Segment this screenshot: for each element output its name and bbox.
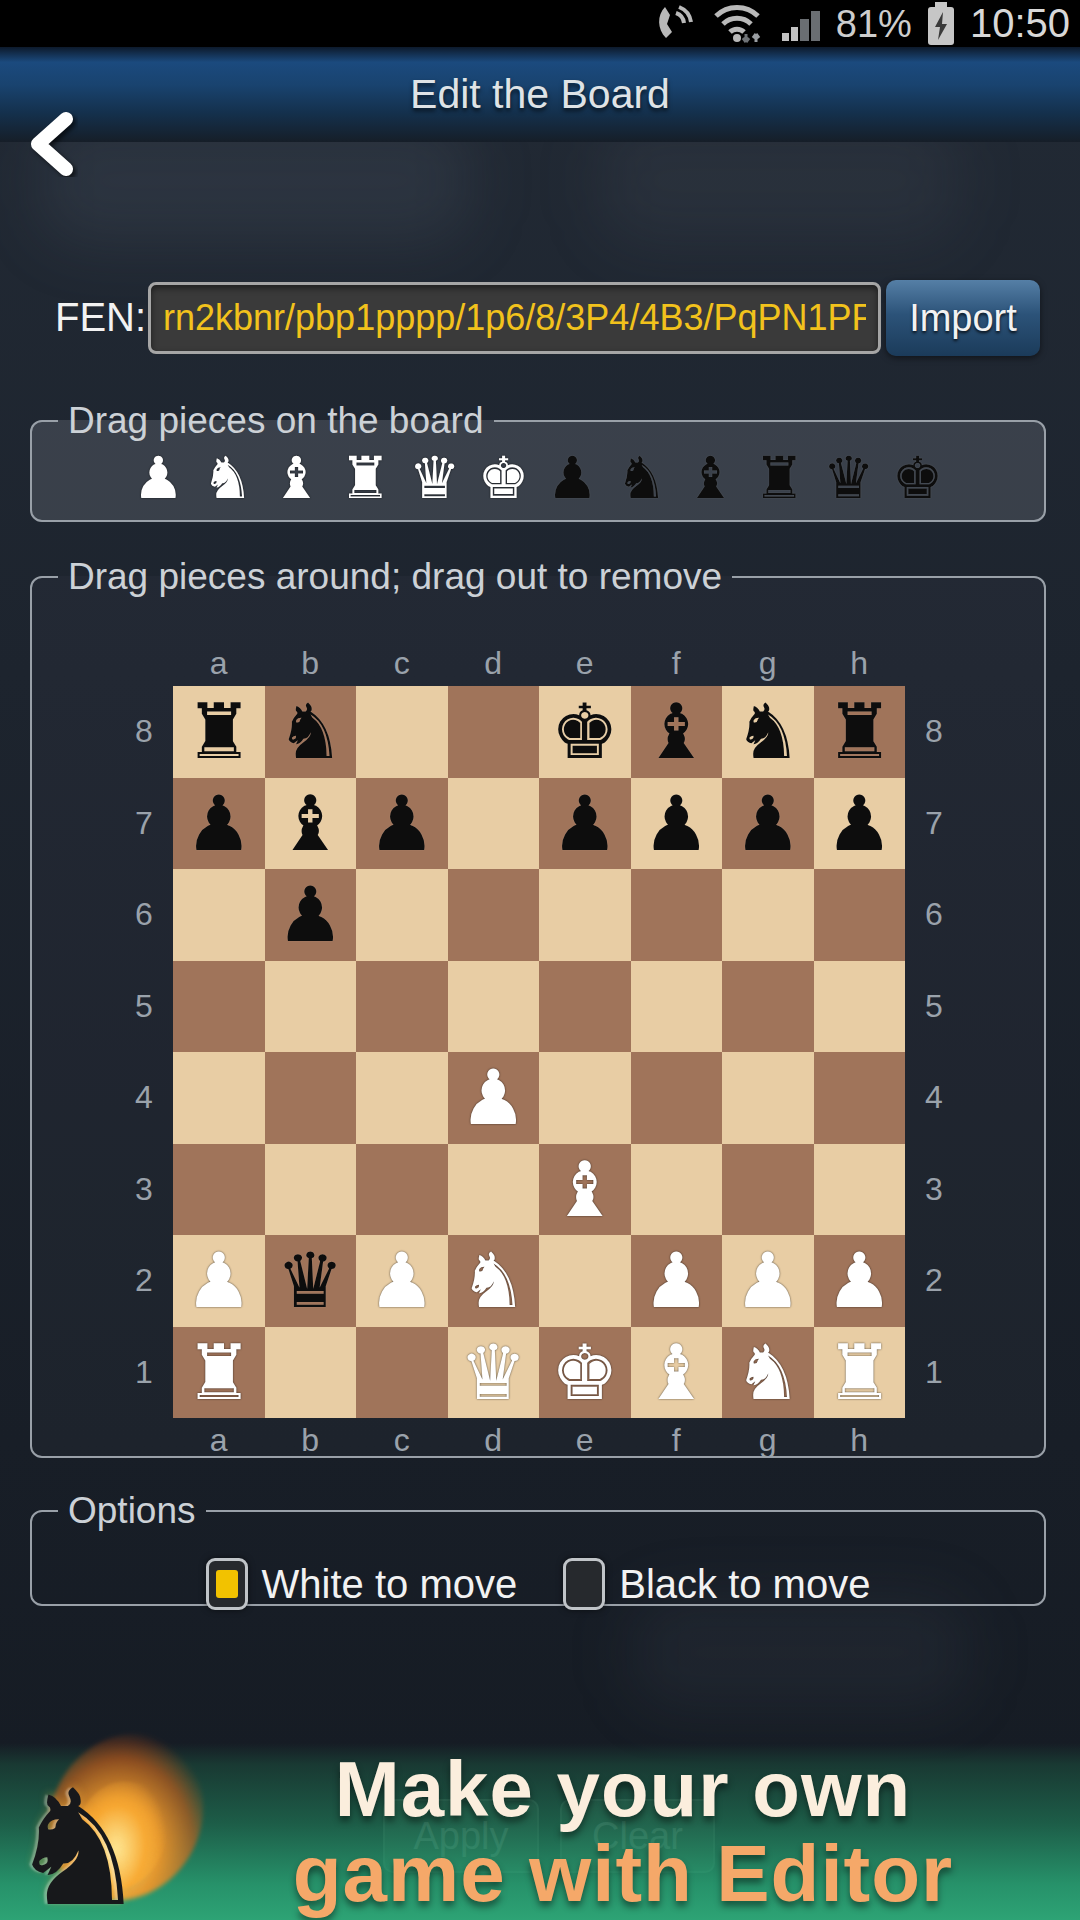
square-c8[interactable] <box>356 686 448 778</box>
white-to-move-checkbox[interactable] <box>206 1558 248 1610</box>
ad-line-1: Make your own <box>180 1747 1066 1831</box>
page-title: Edit the Board <box>0 47 1080 142</box>
ad-text: Make your own game with Editor <box>180 1747 1066 1917</box>
black-knight[interactable]: ♞ <box>734 686 802 777</box>
rank-label-8: 8 <box>905 686 963 778</box>
square-e4[interactable] <box>539 1052 631 1144</box>
file-label-d: d <box>448 640 540 686</box>
square-f5[interactable] <box>631 961 723 1053</box>
square-f2[interactable]: ♟ <box>631 1235 723 1327</box>
white-pawn[interactable]: ♟ <box>825 1235 893 1326</box>
black-pawn[interactable]: ♟ <box>642 778 710 869</box>
board-corner-spacer <box>905 1418 963 1462</box>
square-g8[interactable]: ♞ <box>722 686 814 778</box>
square-d8[interactable] <box>448 686 540 778</box>
palette-piece-wB[interactable]: ♝ <box>271 446 323 510</box>
background-blur-blob <box>630 1595 970 1710</box>
palette-piece-bQ[interactable]: ♛ <box>823 446 875 510</box>
file-label-b: b <box>265 640 357 686</box>
palette-piece-wP[interactable]: ♟ <box>133 446 185 510</box>
piece-palette-legend: Drag pieces on the board <box>58 400 494 442</box>
board-panel-legend: Drag pieces around; drag out to remove <box>58 556 732 598</box>
square-a6[interactable] <box>173 869 265 961</box>
palette-piece-bB[interactable]: ♝ <box>685 446 737 510</box>
square-f8[interactable]: ♝ <box>631 686 723 778</box>
square-e3[interactable]: ♝ <box>539 1144 631 1236</box>
square-e6[interactable] <box>539 869 631 961</box>
black-pawn[interactable]: ♟ <box>551 778 619 869</box>
options-panel: Options White to move Black to move <box>30 1490 1046 1606</box>
white-pawn[interactable]: ♟ <box>734 1235 802 1326</box>
square-g1[interactable]: ♞ <box>722 1327 814 1419</box>
fen-label: FEN: <box>55 295 146 340</box>
palette-piece-bK[interactable]: ♚ <box>892 446 944 510</box>
rank-label-2: 2 <box>115 1235 173 1327</box>
square-b5[interactable] <box>265 961 357 1053</box>
rank-label-7: 7 <box>905 778 963 870</box>
file-label-d: d <box>448 1418 540 1462</box>
file-label-b: b <box>265 1418 357 1462</box>
rank-label-1: 1 <box>905 1327 963 1419</box>
rank-label-3: 3 <box>905 1144 963 1236</box>
square-d5[interactable] <box>448 961 540 1053</box>
file-label-g: g <box>722 640 814 686</box>
rank-label-4: 4 <box>115 1052 173 1144</box>
square-h8[interactable]: ♜ <box>814 686 906 778</box>
file-label-h: h <box>814 1418 906 1462</box>
file-label-c: c <box>356 640 448 686</box>
square-f4[interactable] <box>631 1052 723 1144</box>
square-b4[interactable] <box>265 1052 357 1144</box>
square-b1[interactable] <box>265 1327 357 1419</box>
rank-label-4: 4 <box>905 1052 963 1144</box>
square-f7[interactable]: ♟ <box>631 778 723 870</box>
black-rook[interactable]: ♜ <box>185 686 253 777</box>
file-label-f: f <box>631 640 723 686</box>
fen-input[interactable] <box>148 282 881 354</box>
square-h1[interactable]: ♜ <box>814 1327 906 1419</box>
white-pawn[interactable]: ♟ <box>459 1052 527 1143</box>
black-bishop[interactable]: ♝ <box>642 686 710 777</box>
phone-in-call-icon <box>652 3 696 45</box>
import-button[interactable]: Import <box>886 280 1040 356</box>
square-a1[interactable]: ♜ <box>173 1327 265 1419</box>
ad-line-2: game with Editor <box>180 1831 1066 1917</box>
file-label-h: h <box>814 640 906 686</box>
white-to-move-label: White to move <box>262 1562 518 1607</box>
options-legend: Options <box>58 1490 206 1532</box>
square-h2[interactable]: ♟ <box>814 1235 906 1327</box>
square-a2[interactable]: ♟ <box>173 1235 265 1327</box>
square-a8[interactable]: ♜ <box>173 686 265 778</box>
square-g5[interactable] <box>722 961 814 1053</box>
black-to-move-option[interactable]: Black to move <box>563 1558 870 1610</box>
palette-piece-wQ[interactable]: ♛ <box>409 446 461 510</box>
white-knight[interactable]: ♞ <box>734 1327 802 1418</box>
rank-label-6: 6 <box>905 869 963 961</box>
square-g7[interactable]: ♟ <box>722 778 814 870</box>
white-rook[interactable]: ♜ <box>825 1327 893 1418</box>
square-f1[interactable]: ♝ <box>631 1327 723 1419</box>
square-b2[interactable]: ♛ <box>265 1235 357 1327</box>
square-a3[interactable] <box>173 1144 265 1236</box>
square-g3[interactable] <box>722 1144 814 1236</box>
square-c3[interactable] <box>356 1144 448 1236</box>
chess-board-grid: abcdefgh8♜♞♚♝♞♜87♟♝♟♟♟♟♟76♟6554♟43♝32♟♛♟… <box>115 640 963 1462</box>
battery-percent: 81% <box>836 4 912 44</box>
square-f3[interactable] <box>631 1144 723 1236</box>
black-pawn[interactable]: ♟ <box>368 778 436 869</box>
clock-time: 10:50 <box>970 1 1070 46</box>
square-d3[interactable] <box>448 1144 540 1236</box>
black-bishop[interactable]: ♝ <box>276 778 344 869</box>
file-label-e: e <box>539 1418 631 1462</box>
battery-charging-icon <box>926 2 956 46</box>
white-pawn[interactable]: ♟ <box>642 1235 710 1326</box>
rank-label-5: 5 <box>905 961 963 1053</box>
rank-label-3: 3 <box>115 1144 173 1236</box>
white-queen[interactable]: ♛ <box>459 1327 527 1418</box>
square-d7[interactable] <box>448 778 540 870</box>
square-d2[interactable]: ♞ <box>448 1235 540 1327</box>
palette-piece-wK[interactable]: ♚ <box>478 446 530 510</box>
square-e5[interactable] <box>539 961 631 1053</box>
square-e1[interactable]: ♚ <box>539 1327 631 1419</box>
black-to-move-checkbox[interactable] <box>563 1558 605 1610</box>
square-c5[interactable] <box>356 961 448 1053</box>
piece-palette-row: ♟♞♝♜♛♚♟♞♝♜♛♚ <box>32 446 1044 510</box>
square-g2[interactable]: ♟ <box>722 1235 814 1327</box>
black-pawn[interactable]: ♟ <box>185 778 253 869</box>
rank-label-1: 1 <box>115 1327 173 1419</box>
square-h5[interactable] <box>814 961 906 1053</box>
palette-piece-bP[interactable]: ♟ <box>547 446 599 510</box>
rank-label-2: 2 <box>905 1235 963 1327</box>
black-rook[interactable]: ♜ <box>825 686 893 777</box>
square-b3[interactable] <box>265 1144 357 1236</box>
square-h3[interactable] <box>814 1144 906 1236</box>
square-d1[interactable]: ♛ <box>448 1327 540 1419</box>
rank-label-6: 6 <box>115 869 173 961</box>
palette-piece-bN[interactable]: ♞ <box>616 446 668 510</box>
ad-banner[interactable]: ♞ Make your own game with Editor <box>0 1743 1080 1920</box>
file-label-c: c <box>356 1418 448 1462</box>
white-pawn[interactable]: ♟ <box>185 1235 253 1326</box>
square-c2[interactable]: ♟ <box>356 1235 448 1327</box>
square-g4[interactable] <box>722 1052 814 1144</box>
white-bishop[interactable]: ♝ <box>642 1327 710 1418</box>
file-label-f: f <box>631 1418 723 1462</box>
wifi-arrows-icon <box>710 2 766 46</box>
square-c4[interactable] <box>356 1052 448 1144</box>
board-panel: Drag pieces around; drag out to remove a… <box>30 556 1046 1458</box>
square-e8[interactable]: ♚ <box>539 686 631 778</box>
options-row: White to move Black to move <box>32 1558 1044 1610</box>
square-e7[interactable]: ♟ <box>539 778 631 870</box>
black-king[interactable]: ♚ <box>551 686 619 777</box>
rank-label-5: 5 <box>115 961 173 1053</box>
piece-palette-panel: Drag pieces on the board ♟♞♝♜♛♚♟♞♝♜♛♚ <box>30 400 1046 522</box>
black-pawn[interactable]: ♟ <box>276 869 344 960</box>
black-queen[interactable]: ♛ <box>276 1235 344 1326</box>
square-h4[interactable] <box>814 1052 906 1144</box>
square-c7[interactable]: ♟ <box>356 778 448 870</box>
white-king[interactable]: ♚ <box>551 1327 619 1418</box>
square-c1[interactable] <box>356 1327 448 1419</box>
app-header: Edit the Board <box>0 47 1080 142</box>
ad-logo: ♞ <box>6 1743 206 1920</box>
rank-label-7: 7 <box>115 778 173 870</box>
square-e2[interactable] <box>539 1235 631 1327</box>
square-a5[interactable] <box>173 961 265 1053</box>
square-g6[interactable] <box>722 869 814 961</box>
square-a4[interactable] <box>173 1052 265 1144</box>
file-label-g: g <box>722 1418 814 1462</box>
rank-label-8: 8 <box>115 686 173 778</box>
board-corner-spacer <box>115 1418 173 1462</box>
white-rook[interactable]: ♜ <box>185 1327 253 1418</box>
black-pawn[interactable]: ♟ <box>825 778 893 869</box>
square-c6[interactable] <box>356 869 448 961</box>
square-h7[interactable]: ♟ <box>814 778 906 870</box>
square-a7[interactable]: ♟ <box>173 778 265 870</box>
palette-piece-wR[interactable]: ♜ <box>340 446 392 510</box>
black-pawn[interactable]: ♟ <box>734 778 802 869</box>
status-bar: 81% 10:50 <box>0 0 1080 47</box>
black-knight[interactable]: ♞ <box>276 686 344 777</box>
square-b7[interactable]: ♝ <box>265 778 357 870</box>
square-h6[interactable] <box>814 869 906 961</box>
white-pawn[interactable]: ♟ <box>368 1235 436 1326</box>
file-label-a: a <box>173 640 265 686</box>
edit-board-screen: 81% 10:50 Edit the Board FEN: Import Dra… <box>0 0 1080 1920</box>
palette-piece-wN[interactable]: ♞ <box>202 446 254 510</box>
black-to-move-label: Black to move <box>619 1562 870 1607</box>
square-d6[interactable] <box>448 869 540 961</box>
square-b6[interactable]: ♟ <box>265 869 357 961</box>
square-d4[interactable]: ♟ <box>448 1052 540 1144</box>
cell-signal-icon <box>780 3 822 45</box>
white-bishop[interactable]: ♝ <box>551 1144 619 1235</box>
square-f6[interactable] <box>631 869 723 961</box>
white-to-move-option[interactable]: White to move <box>206 1558 518 1610</box>
file-label-e: e <box>539 640 631 686</box>
white-knight[interactable]: ♞ <box>459 1235 527 1326</box>
knight-logo-icon: ♞ <box>6 1755 149 1920</box>
file-label-a: a <box>173 1418 265 1462</box>
palette-piece-bR[interactable]: ♜ <box>754 446 806 510</box>
board-corner-spacer <box>115 640 173 686</box>
board-corner-spacer <box>905 640 963 686</box>
square-b8[interactable]: ♞ <box>265 686 357 778</box>
